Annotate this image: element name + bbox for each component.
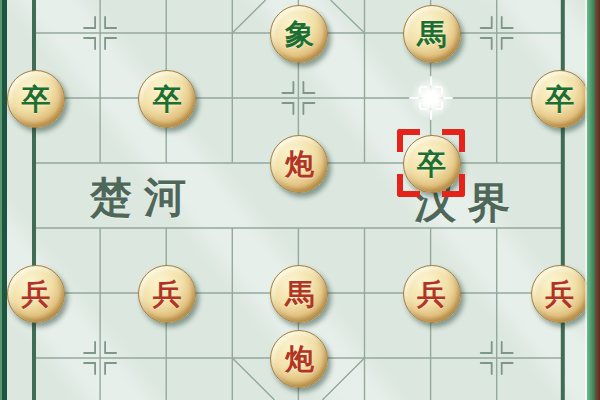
- piece-red-soldier[interactable]: 兵: [531, 265, 589, 323]
- board-right-bevel: [587, 0, 595, 400]
- piece-green-soldier[interactable]: 卒: [531, 70, 589, 128]
- piece-red-soldier[interactable]: 兵: [138, 265, 196, 323]
- piece-red-cannon[interactable]: 炮: [270, 330, 328, 388]
- piece-green-soldier[interactable]: 卒: [138, 70, 196, 128]
- piece-green-soldier[interactable]: 卒: [7, 70, 65, 128]
- piece-red-soldier[interactable]: 兵: [403, 265, 461, 323]
- river-text-chu-he: 楚河: [90, 177, 198, 219]
- xiangqi-board[interactable]: 楚河 汉界 象馬卒卒卒炮卒兵兵馬兵兵炮: [0, 0, 600, 400]
- piece-red-cannon[interactable]: 炮: [270, 135, 328, 193]
- piece-green-horse[interactable]: 馬: [403, 5, 461, 63]
- piece-red-horse[interactable]: 馬: [270, 265, 328, 323]
- board-left-frame: [0, 0, 7, 400]
- piece-green-elephant[interactable]: 象: [270, 5, 328, 63]
- piece-green-soldier[interactable]: 卒: [403, 135, 461, 193]
- piece-red-soldier[interactable]: 兵: [7, 265, 65, 323]
- table-edge: [595, 0, 600, 400]
